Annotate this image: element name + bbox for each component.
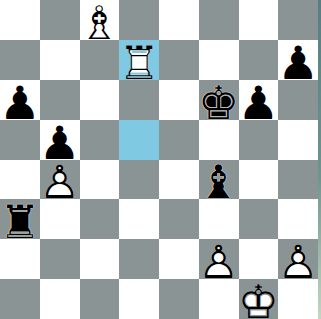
square-g3[interactable] — [239, 199, 279, 239]
square-b2[interactable] — [40, 239, 80, 279]
piece-fill-layer: ♝ — [199, 163, 239, 203]
square-a4[interactable] — [0, 160, 40, 200]
square-e2[interactable] — [159, 239, 199, 279]
square-f5[interactable] — [199, 120, 239, 160]
black-bishop-f4[interactable]: ♝ — [199, 160, 239, 200]
white-pawn-h2[interactable]: ♟♙ — [278, 239, 318, 279]
square-f8[interactable] — [199, 0, 239, 40]
square-g4[interactable] — [239, 160, 279, 200]
square-b3[interactable] — [40, 199, 80, 239]
square-e4[interactable] — [159, 160, 199, 200]
piece-outline-layer: ♙ — [278, 242, 318, 282]
piece-fill-layer: ♚ — [199, 83, 239, 123]
square-b8[interactable] — [40, 0, 80, 40]
square-g2[interactable] — [239, 239, 279, 279]
white-rook-d7[interactable]: ♜♖ — [119, 40, 159, 80]
square-a8[interactable] — [0, 0, 40, 40]
square-g6[interactable]: ♟ — [239, 80, 279, 120]
square-c5[interactable] — [80, 120, 120, 160]
square-h2[interactable]: ♟♙ — [278, 239, 318, 279]
square-f3[interactable] — [199, 199, 239, 239]
square-f6[interactable]: ♚ — [199, 80, 239, 120]
square-g1[interactable]: ♚♔ — [239, 279, 279, 319]
square-h1[interactable] — [278, 279, 318, 319]
black-pawn-b5[interactable]: ♟ — [40, 120, 80, 160]
piece-outline-layer: ♔ — [239, 282, 279, 319]
black-rook-a3[interactable]: ♜ — [0, 199, 40, 239]
square-b1[interactable] — [40, 279, 80, 319]
square-h4[interactable] — [278, 160, 318, 200]
square-h8[interactable] — [278, 0, 318, 40]
square-e1[interactable] — [159, 279, 199, 319]
piece-outline-layer: ♙ — [199, 242, 239, 282]
square-c3[interactable] — [80, 199, 120, 239]
square-h3[interactable] — [278, 199, 318, 239]
square-e5[interactable] — [159, 120, 199, 160]
square-b5[interactable]: ♟ — [40, 120, 80, 160]
square-h5[interactable] — [278, 120, 318, 160]
square-c1[interactable] — [80, 279, 120, 319]
square-f2[interactable]: ♟♙ — [199, 239, 239, 279]
piece-outline-layer: ♗ — [80, 3, 120, 43]
piece-outline-layer: ♙ — [40, 163, 80, 203]
square-b6[interactable] — [40, 80, 80, 120]
square-e7[interactable] — [159, 40, 199, 80]
square-a3[interactable]: ♜ — [0, 199, 40, 239]
square-h7[interactable]: ♟ — [278, 40, 318, 80]
square-a5[interactable] — [0, 120, 40, 160]
piece-fill-layer: ♟ — [0, 83, 40, 123]
square-d4[interactable] — [119, 160, 159, 200]
white-king-g1[interactable]: ♚♔ — [239, 279, 279, 319]
black-pawn-a6[interactable]: ♟ — [0, 80, 40, 120]
piece-fill-layer: ♟ — [278, 43, 318, 83]
square-c8[interactable]: ♝♗ — [80, 0, 120, 40]
square-d1[interactable] — [119, 279, 159, 319]
square-d2[interactable] — [119, 239, 159, 279]
square-g8[interactable] — [239, 0, 279, 40]
square-c7[interactable] — [80, 40, 120, 80]
square-d6[interactable] — [119, 80, 159, 120]
square-f7[interactable] — [199, 40, 239, 80]
square-c6[interactable] — [80, 80, 120, 120]
square-g5[interactable] — [239, 120, 279, 160]
black-pawn-h7[interactable]: ♟ — [278, 40, 318, 80]
square-e3[interactable] — [159, 199, 199, 239]
black-pawn-g6[interactable]: ♟ — [239, 80, 279, 120]
chess-app-screenshot: ♝♗♜♖♟♟♚♟♟♟♙♝♜♟♙♟♙♚♔ — [0, 0, 321, 319]
square-b4[interactable]: ♟♙ — [40, 160, 80, 200]
square-d8[interactable] — [119, 0, 159, 40]
piece-fill-layer: ♜ — [0, 202, 40, 242]
square-e8[interactable] — [159, 0, 199, 40]
square-h6[interactable] — [278, 80, 318, 120]
piece-outline-layer: ♖ — [119, 43, 159, 83]
square-b7[interactable] — [40, 40, 80, 80]
square-g7[interactable] — [239, 40, 279, 80]
square-d7[interactable]: ♜♖ — [119, 40, 159, 80]
piece-fill-layer: ♟ — [239, 83, 279, 123]
white-pawn-b4[interactable]: ♟♙ — [40, 160, 80, 200]
chess-board: ♝♗♜♖♟♟♚♟♟♟♙♝♜♟♙♟♙♚♔ — [0, 0, 318, 319]
square-d3[interactable] — [119, 199, 159, 239]
square-c4[interactable] — [80, 160, 120, 200]
square-f1[interactable] — [199, 279, 239, 319]
white-bishop-c8[interactable]: ♝♗ — [80, 0, 120, 40]
square-e6[interactable] — [159, 80, 199, 120]
square-c2[interactable] — [80, 239, 120, 279]
square-a1[interactable] — [0, 279, 40, 319]
square-a7[interactable] — [0, 40, 40, 80]
square-d5[interactable] — [119, 120, 159, 160]
black-king-f6[interactable]: ♚ — [199, 80, 239, 120]
square-f4[interactable]: ♝ — [199, 160, 239, 200]
white-pawn-f2[interactable]: ♟♙ — [199, 239, 239, 279]
square-a2[interactable] — [0, 239, 40, 279]
square-a6[interactable]: ♟ — [0, 80, 40, 120]
